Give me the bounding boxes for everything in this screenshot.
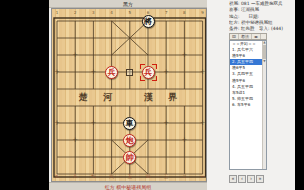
nav-last-button[interactable]: » — [256, 175, 264, 183]
red-soldier-piece[interactable]: 兵 — [105, 66, 118, 79]
xiangqi-app-window: 黑方 123456789 九八七六五四三二一 楚 河 漢 界 +++++++++… — [49, 0, 295, 190]
file-label: 三 — [163, 175, 169, 179]
point-marker: + — [54, 120, 61, 127]
game-metadata: 棋局: 081 一车难胜炮双兵赛事: 江湖残局地点: 日期:红方: 棋中秘谱残局… — [229, 1, 293, 32]
point-marker: + — [54, 69, 61, 76]
file-label: 八 — [72, 175, 78, 179]
file-label: 2 — [72, 11, 78, 15]
move-list-header-item[interactable]: 着法 — [239, 34, 252, 39]
file-label: 4 — [109, 11, 115, 15]
point-marker: + — [90, 120, 97, 127]
point-marker: + — [72, 137, 79, 144]
move-origin-marker — [126, 69, 133, 76]
move-list-header-item[interactable]: ◂▸ — [252, 34, 261, 39]
game-info-panel: 棋局: 081 一车难胜炮双兵赛事: 江湖残局地点: 日期:红方: 棋中秘谱残局… — [207, 0, 295, 190]
scrollbar-thumb[interactable] — [263, 45, 266, 59]
point-marker: + — [199, 120, 206, 127]
black-player-label: 黑方 — [123, 1, 133, 7]
move-list-header[interactable]: 回着法◂▸ — [229, 33, 267, 40]
point-marker: + — [72, 52, 79, 59]
point-marker: + — [181, 52, 188, 59]
file-label: 一 — [200, 175, 206, 179]
black-chariot-piece[interactable]: 車 — [123, 117, 136, 130]
point-marker: + — [199, 69, 206, 76]
red-player-bar: 红方 棋中秘谱残局组 — [49, 182, 207, 190]
red-soldier-piece[interactable]: 兵 — [142, 66, 155, 79]
river-label-han: 漢 界 — [144, 93, 183, 102]
point-marker: + — [90, 69, 97, 76]
point-marker: + — [181, 137, 188, 144]
file-label: 九 — [54, 175, 60, 179]
file-label: 5 — [127, 11, 133, 15]
point-marker: + — [163, 120, 170, 127]
replay-nav-bar: «‹›» — [229, 175, 264, 183]
file-label: 7 — [163, 11, 169, 15]
move-row[interactable]: 6. 车5平6 — [230, 102, 262, 108]
red-cannon-piece[interactable]: 炮 — [123, 134, 136, 147]
file-label: 3 — [90, 11, 96, 15]
black-general-piece[interactable]: 將 — [142, 15, 155, 28]
file-label: 四 — [145, 175, 151, 179]
file-label: 七 — [90, 175, 96, 179]
red-general-piece[interactable]: 帥 — [123, 151, 136, 164]
file-label: 六 — [109, 175, 115, 179]
file-label: 五 — [127, 175, 133, 179]
black-player-bar: 黑方 — [49, 0, 207, 8]
move-list-header-item[interactable]: 回 — [230, 34, 239, 39]
nav-first-button[interactable]: « — [229, 175, 237, 183]
nav-prev-button[interactable]: ‹ — [238, 175, 246, 183]
file-label: 8 — [181, 11, 187, 15]
metadata-line: 条件: 红先胜 导入: (444) — [229, 26, 293, 32]
xiangqi-board[interactable]: 123456789 九八七六五四三二一 楚 河 漢 界 ++++++++++++… — [51, 8, 207, 182]
move-list-scrollbar[interactable]: ▲▼ — [262, 41, 266, 169]
move-list[interactable]: ＝＝开始＝＝1. 兵七平六将5平62. 兵五平四将6平53. 兵四平五将5平64… — [229, 40, 267, 170]
file-label: 9 — [200, 11, 206, 15]
point-marker: + — [163, 69, 170, 76]
river-label-chu: 楚 河 — [79, 93, 118, 102]
screenshot-stage: 黑方 123456789 九八七六五四三二一 楚 河 漢 界 +++++++++… — [0, 0, 304, 190]
nav-next-button[interactable]: › — [247, 175, 255, 183]
red-player-label: 红方 棋中秘谱残局组 — [105, 184, 152, 190]
move-rows[interactable]: ＝＝开始＝＝1. 兵七平六将5平62. 兵五平四将6平53. 兵四平五将5平64… — [230, 41, 266, 108]
file-label: 1 — [54, 11, 60, 15]
file-label: 二 — [181, 175, 187, 179]
